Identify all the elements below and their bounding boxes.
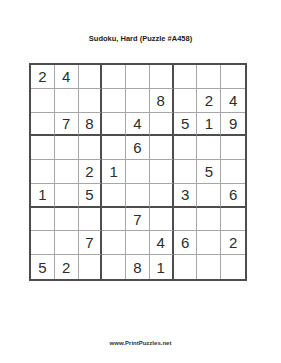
cell-r7c9-empty	[221, 208, 245, 232]
cell-r9c8-empty	[197, 255, 221, 279]
cell-r9c2-given: 2	[55, 255, 79, 279]
cell-r1c6-empty	[150, 65, 174, 89]
cell-r7c3-empty	[79, 208, 103, 232]
cell-r2c1-empty	[31, 89, 55, 113]
cell-r1c1-given: 2	[31, 65, 55, 89]
cell-r3c5-given: 4	[126, 113, 150, 137]
puzzle-title: Sudoku, Hard (Puzzle #A458)	[0, 34, 281, 44]
cell-r8c5-empty	[126, 231, 150, 255]
cell-r7c8-empty	[197, 208, 221, 232]
cell-r4c5-given: 6	[126, 136, 150, 160]
cell-r3c1-empty	[31, 113, 55, 137]
cell-r2c9-given: 4	[221, 89, 245, 113]
cell-r9c4-empty	[102, 255, 126, 279]
cell-r4c8-empty	[197, 136, 221, 160]
cell-r7c2-empty	[55, 208, 79, 232]
cell-r2c4-empty	[102, 89, 126, 113]
cell-r3c9-given: 9	[221, 113, 245, 137]
cell-r3c6-empty	[150, 113, 174, 137]
cell-r4c6-empty	[150, 136, 174, 160]
cell-r5c8-given: 5	[197, 160, 221, 184]
cell-r1c4-empty	[102, 65, 126, 89]
cell-r8c3-given: 7	[79, 231, 103, 255]
cell-r4c9-empty	[221, 136, 245, 160]
cell-r1c7-empty	[174, 65, 198, 89]
cell-r6c1-given: 1	[31, 184, 55, 208]
cell-r2c2-empty	[55, 89, 79, 113]
cell-r5c2-empty	[55, 160, 79, 184]
cell-r1c2-given: 4	[55, 65, 79, 89]
cell-r2c8-given: 2	[197, 89, 221, 113]
cell-r2c6-given: 8	[150, 89, 174, 113]
cell-r2c5-empty	[126, 89, 150, 113]
cell-r7c6-empty	[150, 208, 174, 232]
cell-r5c7-empty	[174, 160, 198, 184]
cell-r3c7-given: 5	[174, 113, 198, 137]
cell-r7c7-empty	[174, 208, 198, 232]
cell-r6c9-given: 6	[221, 184, 245, 208]
cell-r8c6-given: 4	[150, 231, 174, 255]
cell-r1c3-empty	[79, 65, 103, 89]
cell-r5c9-empty	[221, 160, 245, 184]
cell-r5c6-empty	[150, 160, 174, 184]
cell-r4c4-empty	[102, 136, 126, 160]
cell-r9c9-empty	[221, 255, 245, 279]
cell-r1c5-empty	[126, 65, 150, 89]
cell-r6c6-empty	[150, 184, 174, 208]
sudoku-board: 2482478451962151536774625281	[29, 63, 247, 281]
cell-r7c5-given: 7	[126, 208, 150, 232]
cell-r6c8-empty	[197, 184, 221, 208]
cell-r8c2-empty	[55, 231, 79, 255]
cell-r6c5-empty	[126, 184, 150, 208]
cell-r3c4-empty	[102, 113, 126, 137]
cell-r7c1-empty	[31, 208, 55, 232]
cell-r4c3-empty	[79, 136, 103, 160]
cell-r9c7-empty	[174, 255, 198, 279]
cell-r9c6-given: 1	[150, 255, 174, 279]
cell-r6c3-given: 5	[79, 184, 103, 208]
cell-r3c3-given: 8	[79, 113, 103, 137]
cell-r1c8-empty	[197, 65, 221, 89]
cell-r8c8-empty	[197, 231, 221, 255]
cell-r8c7-given: 6	[174, 231, 198, 255]
site-credit: www.PrintPuzzles.net	[0, 339, 281, 347]
cell-r3c2-given: 7	[55, 113, 79, 137]
cell-r4c7-empty	[174, 136, 198, 160]
cell-r8c1-empty	[31, 231, 55, 255]
cell-r4c1-empty	[31, 136, 55, 160]
cell-r6c2-empty	[55, 184, 79, 208]
cell-r5c3-given: 2	[79, 160, 103, 184]
cell-r4c2-empty	[55, 136, 79, 160]
printable-puzzle-page: Sudoku, Hard (Puzzle #A458) 248247845196…	[0, 0, 281, 363]
cell-r1c9-empty	[221, 65, 245, 89]
cell-r2c3-empty	[79, 89, 103, 113]
cell-r8c4-empty	[102, 231, 126, 255]
cell-r9c1-given: 5	[31, 255, 55, 279]
cell-r7c4-empty	[102, 208, 126, 232]
cell-r9c3-empty	[79, 255, 103, 279]
cell-r8c9-given: 2	[221, 231, 245, 255]
cell-r9c5-given: 8	[126, 255, 150, 279]
cell-r6c7-given: 3	[174, 184, 198, 208]
cell-r5c4-given: 1	[102, 160, 126, 184]
cell-r3c8-given: 1	[197, 113, 221, 137]
cell-r5c1-empty	[31, 160, 55, 184]
cell-r2c7-empty	[174, 89, 198, 113]
cell-r5c5-empty	[126, 160, 150, 184]
cell-r6c4-empty	[102, 184, 126, 208]
